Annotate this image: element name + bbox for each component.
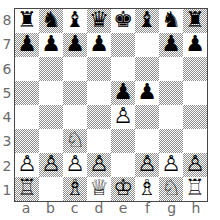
square-h5[interactable]: [183, 81, 207, 105]
piece-black-knight[interactable]: ♞: [41, 9, 61, 32]
square-e4[interactable]: ♙: [111, 105, 135, 129]
piece-black-bishop[interactable]: ♝: [65, 9, 85, 32]
square-d5[interactable]: [87, 81, 111, 105]
piece-white-pawn[interactable]: ♙: [161, 153, 181, 176]
rank-label-8: 8: [0, 8, 14, 32]
piece-white-king[interactable]: ♔: [113, 177, 133, 200]
square-h1[interactable]: ♖: [183, 177, 207, 201]
square-d1[interactable]: ♕: [87, 177, 111, 201]
rank-label-2: 2: [0, 154, 14, 178]
rank-label-3: 3: [0, 129, 14, 153]
piece-black-king[interactable]: ♚: [113, 9, 133, 32]
square-c4[interactable]: [63, 105, 87, 129]
rank-label-6: 6: [0, 57, 14, 81]
square-h7[interactable]: ♟: [183, 33, 207, 57]
piece-white-pawn[interactable]: ♙: [113, 105, 133, 128]
square-g7[interactable]: ♟: [159, 33, 183, 57]
square-e8[interactable]: ♚: [111, 9, 135, 33]
piece-black-rook[interactable]: ♜: [185, 9, 205, 32]
file-label-e: e: [111, 201, 135, 218]
piece-black-bishop[interactable]: ♝: [137, 9, 157, 32]
file-label-a: a: [14, 201, 38, 218]
square-d6[interactable]: [87, 57, 111, 81]
piece-black-knight[interactable]: ♞: [161, 9, 181, 32]
piece-black-pawn[interactable]: ♟: [41, 33, 61, 56]
rank-label-4: 4: [0, 105, 14, 129]
square-e1[interactable]: ♔: [111, 177, 135, 201]
piece-white-rook[interactable]: ♖: [185, 177, 205, 200]
piece-black-queen[interactable]: ♛: [89, 9, 109, 32]
square-g4[interactable]: [159, 105, 183, 129]
piece-white-bishop[interactable]: ♗: [137, 177, 157, 200]
chess-diagram: 87654321 ♜♞♝♛♚♝♞♜♟♟♟♟♟♟♟♟♙♘♙♙♙♙♙♙♙♖♗♕♔♗♘…: [0, 0, 220, 220]
square-b2[interactable]: ♙: [39, 153, 63, 177]
square-e6[interactable]: [111, 57, 135, 81]
square-b8[interactable]: ♞: [39, 9, 63, 33]
piece-black-pawn[interactable]: ♟: [185, 33, 205, 56]
square-g5[interactable]: [159, 81, 183, 105]
square-h3[interactable]: [183, 129, 207, 153]
square-a4[interactable]: [15, 105, 39, 129]
square-d3[interactable]: [87, 129, 111, 153]
piece-white-pawn[interactable]: ♙: [17, 153, 37, 176]
square-b4[interactable]: [39, 105, 63, 129]
square-a2[interactable]: ♙: [15, 153, 39, 177]
square-e3[interactable]: [111, 129, 135, 153]
rank-label-1: 1: [0, 178, 14, 202]
piece-black-pawn[interactable]: ♟: [89, 33, 109, 56]
square-c6[interactable]: [63, 57, 87, 81]
square-f1[interactable]: ♗: [135, 177, 159, 201]
square-g1[interactable]: ♘: [159, 177, 183, 201]
file-label-row: abcdefgh: [14, 201, 208, 218]
file-label-d: d: [87, 201, 111, 218]
square-c5[interactable]: [63, 81, 87, 105]
square-c1[interactable]: ♗: [63, 177, 87, 201]
file-label-c: c: [63, 201, 87, 218]
square-c3[interactable]: ♘: [63, 129, 87, 153]
square-b5[interactable]: [39, 81, 63, 105]
piece-white-pawn[interactable]: ♙: [65, 153, 85, 176]
square-f4[interactable]: [135, 105, 159, 129]
piece-white-knight[interactable]: ♘: [161, 177, 181, 200]
square-f3[interactable]: [135, 129, 159, 153]
square-e5[interactable]: ♟: [111, 81, 135, 105]
piece-white-rook[interactable]: ♖: [17, 177, 37, 200]
square-a5[interactable]: [15, 81, 39, 105]
square-f2[interactable]: ♙: [135, 153, 159, 177]
file-label-b: b: [38, 201, 62, 218]
rank-label-5: 5: [0, 81, 14, 105]
piece-white-pawn[interactable]: ♙: [137, 153, 157, 176]
file-label-g: g: [160, 201, 184, 218]
square-a7[interactable]: ♟: [15, 33, 39, 57]
piece-black-pawn[interactable]: ♟: [17, 33, 37, 56]
chess-board: ♜♞♝♛♚♝♞♜♟♟♟♟♟♟♟♟♙♘♙♙♙♙♙♙♙♖♗♕♔♗♘♖: [14, 8, 208, 202]
square-f5[interactable]: ♟: [135, 81, 159, 105]
square-h6[interactable]: [183, 57, 207, 81]
square-b6[interactable]: [39, 57, 63, 81]
square-a6[interactable]: [15, 57, 39, 81]
square-a3[interactable]: [15, 129, 39, 153]
square-g6[interactable]: [159, 57, 183, 81]
square-d4[interactable]: [87, 105, 111, 129]
piece-black-pawn[interactable]: ♟: [137, 81, 157, 104]
piece-white-queen[interactable]: ♕: [89, 177, 109, 200]
piece-black-pawn[interactable]: ♟: [113, 81, 133, 104]
file-label-h: h: [184, 201, 208, 218]
piece-black-pawn[interactable]: ♟: [161, 33, 181, 56]
square-f8[interactable]: ♝: [135, 9, 159, 33]
square-b3[interactable]: [39, 129, 63, 153]
square-a8[interactable]: ♜: [15, 9, 39, 33]
file-label-f: f: [135, 201, 159, 218]
square-g3[interactable]: [159, 129, 183, 153]
square-h8[interactable]: ♜: [183, 9, 207, 33]
square-d8[interactable]: ♛: [87, 9, 111, 33]
square-c2[interactable]: ♙: [63, 153, 87, 177]
square-c8[interactable]: ♝: [63, 9, 87, 33]
square-e7[interactable]: [111, 33, 135, 57]
square-g2[interactable]: ♙: [159, 153, 183, 177]
piece-white-pawn[interactable]: ♙: [89, 153, 109, 176]
square-d7[interactable]: ♟: [87, 33, 111, 57]
rank-label-column: 87654321: [0, 8, 14, 202]
square-b1[interactable]: [39, 177, 63, 201]
square-h2[interactable]: ♙: [183, 153, 207, 177]
square-f6[interactable]: [135, 57, 159, 81]
piece-black-pawn[interactable]: ♟: [65, 33, 85, 56]
square-f7[interactable]: [135, 33, 159, 57]
square-c7[interactable]: ♟: [63, 33, 87, 57]
piece-black-rook[interactable]: ♜: [17, 9, 37, 32]
piece-white-pawn[interactable]: ♙: [185, 153, 205, 176]
piece-white-bishop[interactable]: ♗: [65, 177, 85, 200]
square-d2[interactable]: ♙: [87, 153, 111, 177]
square-b7[interactable]: ♟: [39, 33, 63, 57]
square-g8[interactable]: ♞: [159, 9, 183, 33]
piece-white-knight[interactable]: ♘: [65, 129, 85, 152]
piece-white-pawn[interactable]: ♙: [41, 153, 61, 176]
square-h4[interactable]: [183, 105, 207, 129]
square-a1[interactable]: ♖: [15, 177, 39, 201]
square-e2[interactable]: [111, 153, 135, 177]
rank-label-7: 7: [0, 32, 14, 56]
